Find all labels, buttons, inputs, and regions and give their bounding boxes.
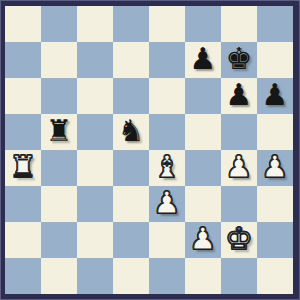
piece-black-pawn[interactable]: ♟ [262,77,289,113]
square-b3[interactable] [41,186,77,222]
square-b5[interactable]: ♜ [41,114,77,150]
square-h4[interactable]: ♟ [257,150,293,186]
square-g6[interactable]: ♟ [221,78,257,114]
square-d7[interactable] [113,42,149,78]
square-d2[interactable] [113,222,149,258]
square-g7[interactable]: ♚ [221,42,257,78]
square-d6[interactable] [113,78,149,114]
square-b8[interactable] [41,6,77,42]
square-g5[interactable] [221,114,257,150]
square-e1[interactable] [149,258,185,294]
square-a4[interactable]: ♜ [5,150,41,186]
piece-white-rook[interactable]: ♜ [10,149,37,185]
square-h6[interactable]: ♟ [257,78,293,114]
square-c7[interactable] [77,42,113,78]
square-a5[interactable] [5,114,41,150]
square-g3[interactable] [221,186,257,222]
square-a2[interactable] [5,222,41,258]
piece-white-king[interactable]: ♚ [226,221,253,257]
square-h8[interactable] [257,6,293,42]
square-e6[interactable] [149,78,185,114]
square-c2[interactable] [77,222,113,258]
square-a7[interactable] [5,42,41,78]
square-h5[interactable] [257,114,293,150]
square-b1[interactable] [41,258,77,294]
square-a8[interactable] [5,6,41,42]
piece-white-pawn[interactable]: ♟ [154,185,181,221]
piece-white-pawn[interactable]: ♟ [226,149,253,185]
piece-black-pawn[interactable]: ♟ [190,41,217,77]
square-b6[interactable] [41,78,77,114]
piece-black-knight[interactable]: ♞ [118,113,145,149]
square-b2[interactable] [41,222,77,258]
square-e7[interactable] [149,42,185,78]
square-c5[interactable] [77,114,113,150]
square-c1[interactable] [77,258,113,294]
square-e3[interactable]: ♟ [149,186,185,222]
square-f1[interactable] [185,258,221,294]
square-e4[interactable]: ♝ [149,150,185,186]
square-h2[interactable] [257,222,293,258]
piece-white-pawn[interactable]: ♟ [190,221,217,257]
square-f4[interactable] [185,150,221,186]
square-e8[interactable] [149,6,185,42]
square-c4[interactable] [77,150,113,186]
square-g8[interactable] [221,6,257,42]
chess-board: ♟♚♟♟♜♞♜♝♟♟♟♟♚ [5,6,293,294]
square-e2[interactable] [149,222,185,258]
square-c6[interactable] [77,78,113,114]
square-g2[interactable]: ♚ [221,222,257,258]
square-d4[interactable] [113,150,149,186]
square-g1[interactable] [221,258,257,294]
square-f2[interactable]: ♟ [185,222,221,258]
piece-white-pawn[interactable]: ♟ [262,149,289,185]
square-f7[interactable]: ♟ [185,42,221,78]
square-d1[interactable] [113,258,149,294]
square-c3[interactable] [77,186,113,222]
square-d5[interactable]: ♞ [113,114,149,150]
piece-black-pawn[interactable]: ♟ [226,77,253,113]
chess-board-frame: ♟♚♟♟♜♞♜♝♟♟♟♟♚ [0,0,300,300]
square-a1[interactable] [5,258,41,294]
square-f3[interactable] [185,186,221,222]
square-f8[interactable] [185,6,221,42]
square-d8[interactable] [113,6,149,42]
piece-white-bishop[interactable]: ♝ [154,149,181,185]
square-f6[interactable] [185,78,221,114]
square-c8[interactable] [77,6,113,42]
square-a3[interactable] [5,186,41,222]
square-b4[interactable] [41,150,77,186]
square-e5[interactable] [149,114,185,150]
piece-black-rook[interactable]: ♜ [46,113,73,149]
square-d3[interactable] [113,186,149,222]
square-h1[interactable] [257,258,293,294]
square-h7[interactable] [257,42,293,78]
square-a6[interactable] [5,78,41,114]
square-g4[interactable]: ♟ [221,150,257,186]
square-b7[interactable] [41,42,77,78]
piece-black-king[interactable]: ♚ [226,41,253,77]
square-f5[interactable] [185,114,221,150]
square-h3[interactable] [257,186,293,222]
